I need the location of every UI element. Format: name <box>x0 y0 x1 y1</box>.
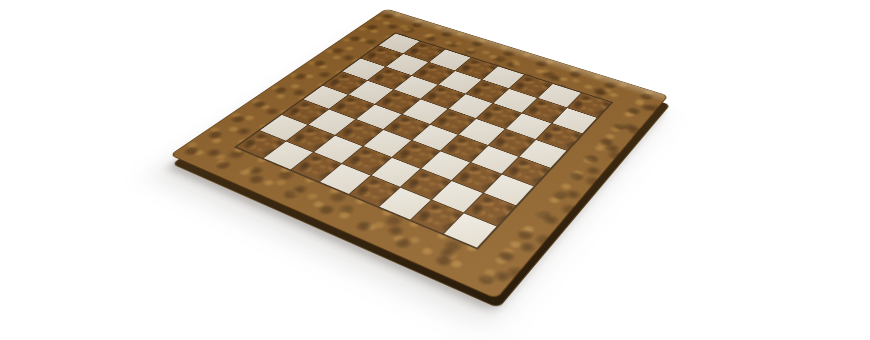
chess-board <box>170 9 669 300</box>
photo-background <box>0 0 870 340</box>
